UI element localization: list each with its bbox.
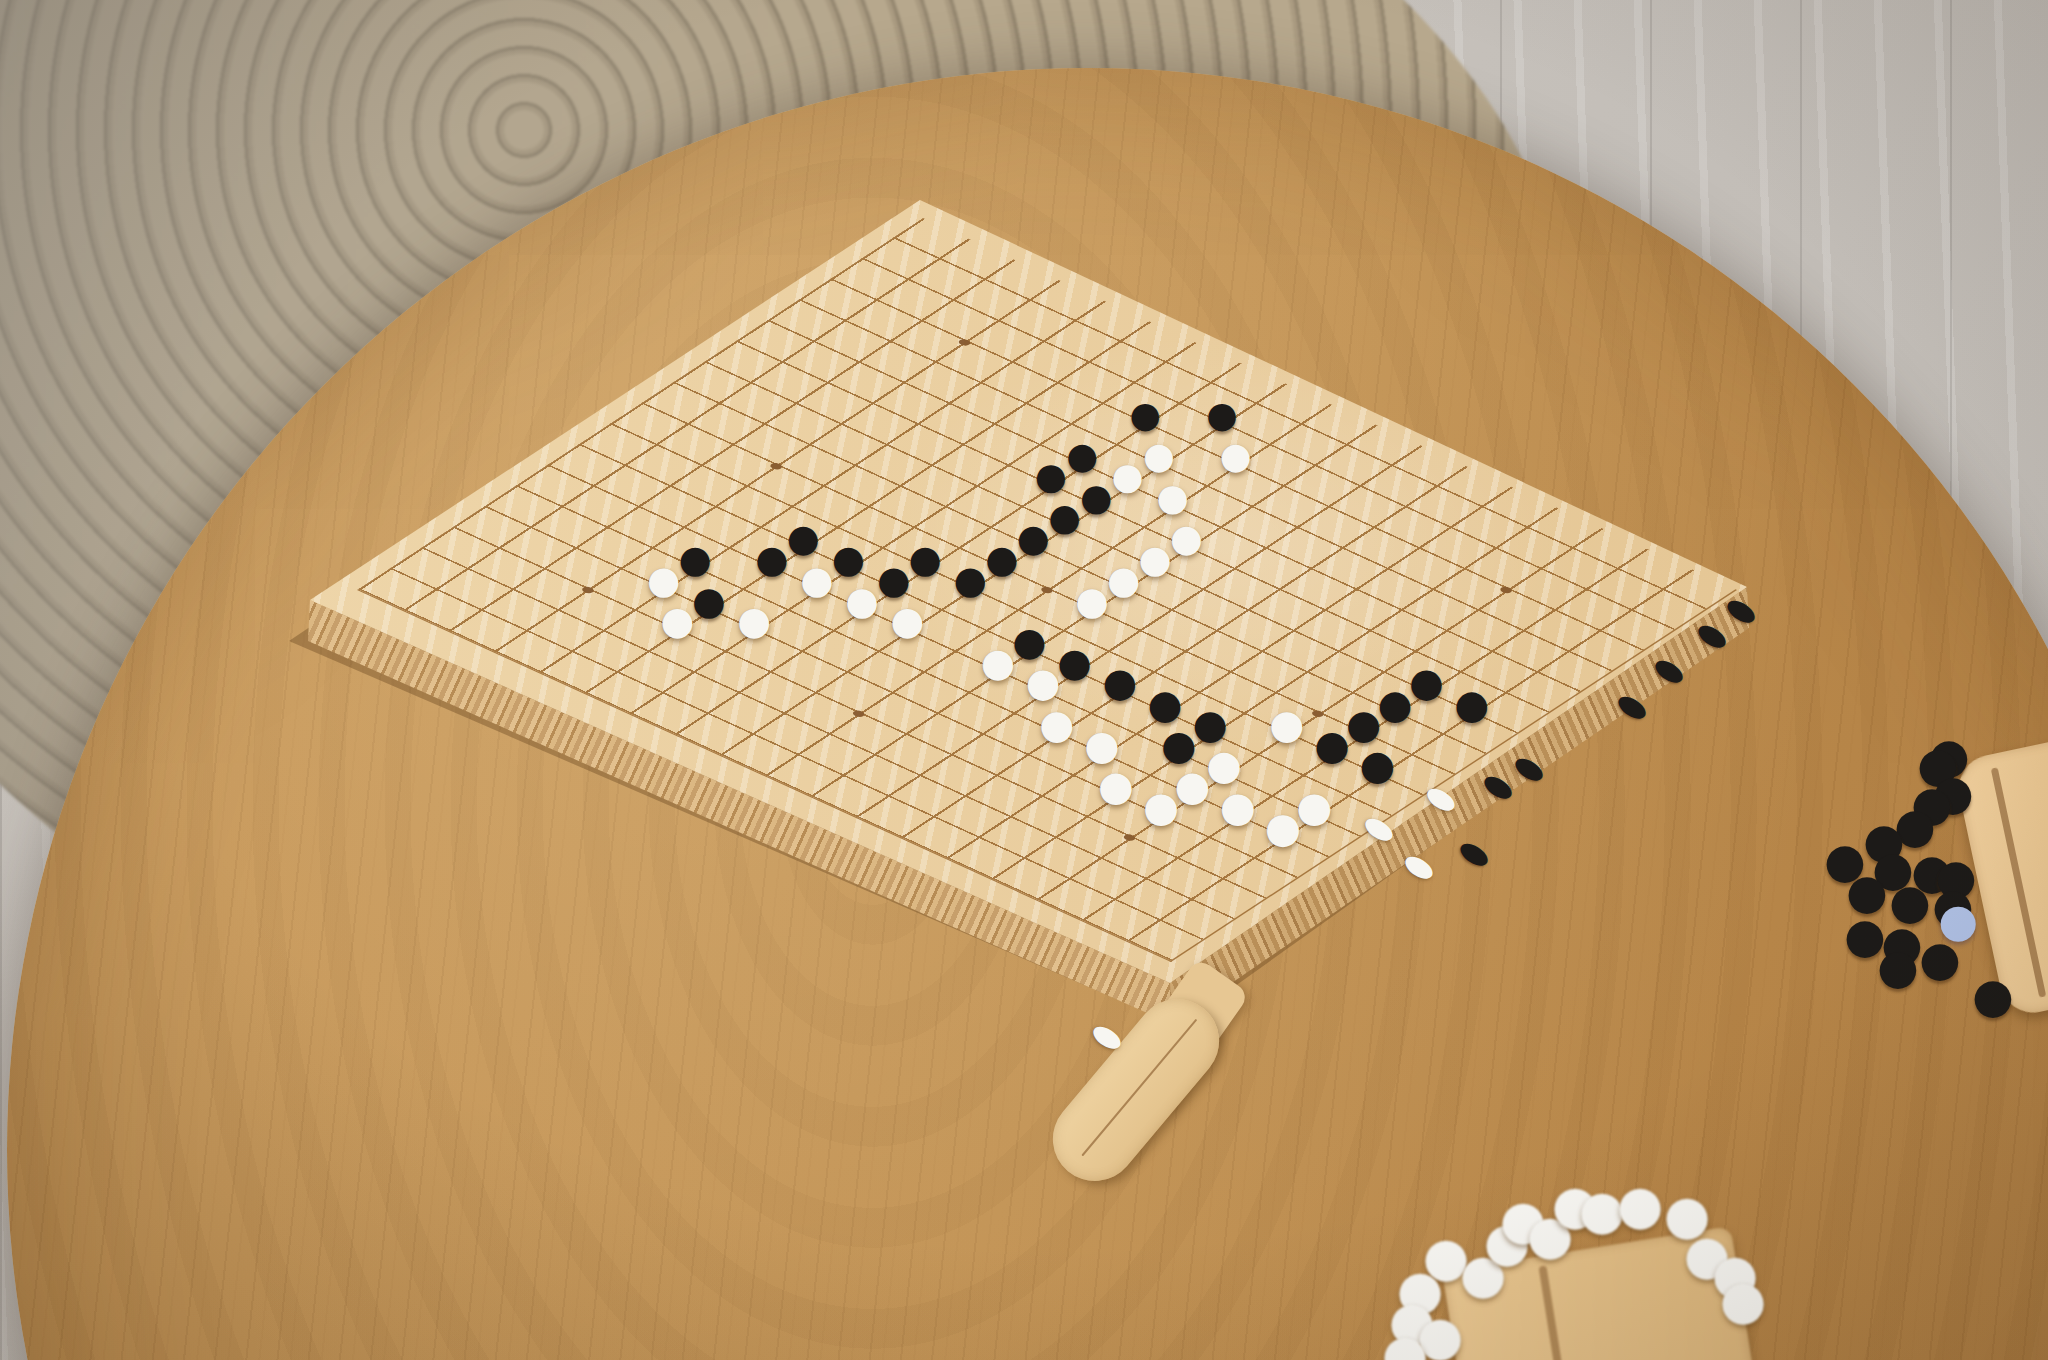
white-stone[interactable]: ● <box>800 561 833 599</box>
white-stone[interactable]: ● <box>1111 458 1143 495</box>
black-stone[interactable]: ● <box>1048 499 1081 536</box>
photo-go-scene: { "game": "go", "scene": { "description_… <box>0 0 2048 1360</box>
white-stone[interactable]: ● <box>1206 745 1242 786</box>
star-point <box>1122 834 1138 843</box>
white-stone[interactable]: ● <box>1139 540 1172 578</box>
black-stone[interactable]: ● <box>1066 438 1098 475</box>
black-stone[interactable]: ● <box>692 581 726 620</box>
black-stone[interactable]: ● <box>909 540 942 578</box>
white-stone[interactable]: ● <box>1296 786 1332 828</box>
black-stone[interactable]: ● <box>877 561 910 599</box>
star-point <box>956 338 972 347</box>
black-stone[interactable]: ● <box>954 561 987 599</box>
star-point <box>1310 710 1326 719</box>
black-stone[interactable]: ● <box>755 540 788 578</box>
white-stone[interactable]: ● <box>1175 766 1211 807</box>
white-stone[interactable]: ● <box>1157 479 1189 516</box>
black-stone[interactable]: ● <box>985 540 1018 578</box>
black-stone[interactable]: ● <box>1359 745 1395 786</box>
black-stone[interactable]: ● <box>832 540 865 578</box>
white-stone[interactable]: ● <box>890 602 924 641</box>
white-stone[interactable]: ● <box>660 602 694 641</box>
black-stone-pile[interactable]: ● <box>1877 942 1919 990</box>
star-point <box>850 710 866 719</box>
black-stone[interactable]: ● <box>1148 684 1183 724</box>
black-stone[interactable]: ● <box>1017 520 1050 558</box>
black-stone[interactable]: ● <box>1378 684 1413 724</box>
black-stone[interactable]: ● <box>679 540 712 578</box>
white-stone[interactable]: ● <box>1220 786 1256 828</box>
white-stone[interactable]: ● <box>1039 704 1074 744</box>
black-stone[interactable]: ● <box>1193 704 1228 744</box>
star-point <box>768 462 784 471</box>
white-stone[interactable]: ● <box>1220 438 1252 475</box>
black-stone[interactable]: ● <box>1080 479 1112 516</box>
black-stone[interactable]: ● <box>1130 397 1161 433</box>
blue-stone[interactable]: ● <box>1938 897 1978 943</box>
white-stone[interactable]: ● <box>1084 725 1119 766</box>
black-stone-pile[interactable]: ● <box>1972 971 2014 1019</box>
white-stone[interactable]: ● <box>1265 807 1301 849</box>
black-stone[interactable]: ● <box>1161 725 1196 766</box>
star-point <box>1039 586 1055 595</box>
star-point <box>579 586 595 595</box>
white-stone-pile[interactable]: ● <box>1719 1273 1766 1327</box>
black-stone[interactable]: ● <box>1012 622 1046 661</box>
white-stone[interactable]: ● <box>647 561 680 599</box>
black-stone[interactable]: ● <box>1314 725 1349 766</box>
white-stone[interactable]: ● <box>845 581 879 620</box>
white-stone[interactable]: ● <box>1143 438 1175 475</box>
black-stone[interactable]: ● <box>1409 663 1444 703</box>
white-stone[interactable]: ● <box>1107 561 1140 599</box>
white-stone[interactable]: ● <box>1170 520 1203 558</box>
black-stone[interactable]: ● <box>1035 458 1067 495</box>
white-stone[interactable]: ● <box>1075 581 1109 620</box>
white-stone[interactable]: ● <box>1098 766 1134 807</box>
black-stone[interactable]: ● <box>787 520 820 558</box>
black-stone[interactable]: ● <box>1206 397 1237 433</box>
white-stone[interactable]: ● <box>737 602 771 641</box>
white-stone[interactable]: ● <box>1143 786 1179 828</box>
white-stone[interactable]: ● <box>1269 704 1304 744</box>
white-stone[interactable]: ● <box>981 643 1015 683</box>
white-stone-pile[interactable]: ● <box>1381 1327 1428 1360</box>
white-stone-pile[interactable]: ● <box>1616 1178 1663 1232</box>
black-stone[interactable]: ● <box>1454 684 1489 724</box>
white-stone[interactable]: ● <box>1026 663 1061 703</box>
black-stone[interactable]: ● <box>1346 704 1381 744</box>
black-stone[interactable]: ● <box>1102 663 1137 703</box>
black-stone[interactable]: ● <box>1057 643 1091 683</box>
star-point <box>1499 586 1515 595</box>
